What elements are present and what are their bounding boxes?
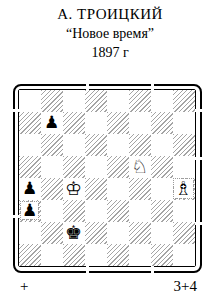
square-c6[interactable] xyxy=(63,134,85,156)
square-h1[interactable] xyxy=(173,244,195,266)
square-f4[interactable] xyxy=(129,178,151,200)
square-h5[interactable] xyxy=(173,156,195,178)
square-h8[interactable] xyxy=(173,90,195,112)
black-king[interactable]: ♚ xyxy=(65,223,82,242)
piece-count: 3+4 xyxy=(174,278,197,295)
square-f7[interactable] xyxy=(129,112,151,134)
square-d2[interactable] xyxy=(85,222,107,244)
square-g4[interactable] xyxy=(151,178,173,200)
square-c3[interactable] xyxy=(63,200,85,222)
frame-joint-tick xyxy=(86,266,89,274)
square-e3[interactable] xyxy=(107,200,129,222)
square-e8[interactable] xyxy=(107,90,129,112)
square-b1[interactable] xyxy=(41,244,63,266)
frame-joint-tick xyxy=(86,83,89,91)
square-f1[interactable] xyxy=(129,244,151,266)
square-h4[interactable]: ♗ xyxy=(173,178,195,200)
square-c8[interactable] xyxy=(63,90,85,112)
square-a5[interactable] xyxy=(19,156,41,178)
square-b4[interactable] xyxy=(41,178,63,200)
square-g5[interactable] xyxy=(151,156,173,178)
square-f2[interactable] xyxy=(129,222,151,244)
chess-diagram-page: А. ТРОИЦКИЙ “Новое время” 1897 г ♟♘♟♔♗♟♚… xyxy=(0,0,220,305)
board-inner-frame: ♟♘♟♔♗♟♚ xyxy=(18,89,196,267)
square-e7[interactable] xyxy=(107,112,129,134)
square-b3[interactable] xyxy=(41,200,63,222)
square-f6[interactable] xyxy=(129,134,151,156)
square-c7[interactable] xyxy=(63,112,85,134)
square-a3[interactable]: ♟ xyxy=(19,200,41,222)
square-d3[interactable] xyxy=(85,200,107,222)
square-g1[interactable] xyxy=(151,244,173,266)
square-e1[interactable] xyxy=(107,244,129,266)
square-b6[interactable] xyxy=(41,134,63,156)
frame-joint-tick xyxy=(195,109,203,112)
black-pawn[interactable]: ♟ xyxy=(44,114,59,131)
square-b8[interactable] xyxy=(41,90,63,112)
square-d4[interactable] xyxy=(85,178,107,200)
square-d5[interactable] xyxy=(85,156,107,178)
square-b5[interactable] xyxy=(41,156,63,178)
square-c2[interactable]: ♚ xyxy=(63,222,85,244)
stipulation-win: + xyxy=(20,278,28,295)
square-b7[interactable]: ♟ xyxy=(41,112,63,134)
square-g3[interactable] xyxy=(151,200,173,222)
frame-joint-tick xyxy=(151,83,154,91)
square-e2[interactable] xyxy=(107,222,129,244)
black-pawn[interactable]: ♟ xyxy=(22,180,37,197)
square-d8[interactable] xyxy=(85,90,107,112)
white-bishop[interactable]: ♗ xyxy=(174,179,193,198)
square-c1[interactable] xyxy=(63,244,85,266)
chess-board: ♟♘♟♔♗♟♚ xyxy=(13,84,202,273)
square-h2[interactable] xyxy=(173,222,195,244)
frame-joint-tick xyxy=(12,215,20,218)
frame-joint-tick xyxy=(195,157,203,160)
square-d1[interactable] xyxy=(85,244,107,266)
diagram-footer: + 3+4 xyxy=(0,278,220,298)
square-g6[interactable] xyxy=(151,134,173,156)
square-a2[interactable] xyxy=(19,222,41,244)
diagram-header: А. ТРОИЦКИЙ “Новое время” 1897 г xyxy=(0,5,220,62)
publication-source: “Новое время” xyxy=(0,24,220,43)
composer-name: А. ТРОИЦКИЙ xyxy=(0,5,220,24)
square-h3[interactable] xyxy=(173,200,195,222)
frame-joint-tick xyxy=(195,222,203,225)
square-d6[interactable] xyxy=(85,134,107,156)
square-g7[interactable] xyxy=(151,112,173,134)
square-a1[interactable] xyxy=(19,244,41,266)
square-e5[interactable] xyxy=(107,156,129,178)
board-outer-frame: ♟♘♟♔♗♟♚ xyxy=(13,84,202,273)
square-h6[interactable] xyxy=(173,134,195,156)
square-f8[interactable] xyxy=(129,90,151,112)
board-grid: ♟♘♟♔♗♟♚ xyxy=(19,90,195,266)
square-d7[interactable] xyxy=(85,112,107,134)
square-a4[interactable]: ♟ xyxy=(19,178,41,200)
square-h7[interactable] xyxy=(173,112,195,134)
white-king[interactable]: ♔ xyxy=(65,179,82,198)
square-f3[interactable] xyxy=(129,200,151,222)
square-b2[interactable] xyxy=(41,222,63,244)
square-a8[interactable] xyxy=(19,90,41,112)
square-f5[interactable]: ♘ xyxy=(129,156,151,178)
frame-joint-tick xyxy=(12,109,20,112)
square-c5[interactable] xyxy=(63,156,85,178)
publication-year: 1897 г xyxy=(0,43,220,62)
square-a7[interactable] xyxy=(19,112,41,134)
square-c4[interactable]: ♔ xyxy=(63,178,85,200)
black-pawn[interactable]: ♟ xyxy=(21,202,38,219)
frame-joint-tick xyxy=(151,266,154,274)
square-e6[interactable] xyxy=(107,134,129,156)
square-e4[interactable] xyxy=(107,178,129,200)
square-g2[interactable] xyxy=(151,222,173,244)
white-knight[interactable]: ♘ xyxy=(131,157,148,176)
square-g8[interactable] xyxy=(151,90,173,112)
square-a6[interactable] xyxy=(19,134,41,156)
